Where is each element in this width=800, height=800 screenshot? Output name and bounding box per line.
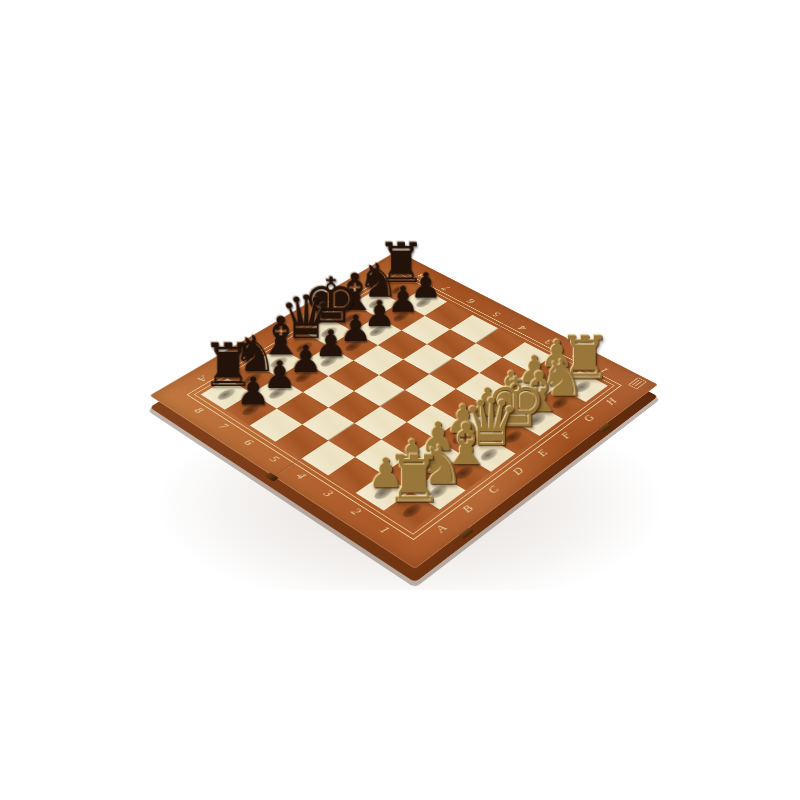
black-pawn-glyph: ♟ xyxy=(222,372,283,411)
white-rook-glyph: ♜ xyxy=(381,446,447,512)
photo-stage: ♜♞♝♛♚♝♞♜♟♟♟♟♟♟♟♟♟♟♟♟♟♟♟♟♜♞♝♛♚♝♞♜ AA88BB7… xyxy=(0,0,800,800)
scene-3d: ♜♞♝♛♚♝♞♜♟♟♟♟♟♟♟♟♟♟♟♟♟♟♟♟♜♞♝♛♚♝♞♜ AA88BB7… xyxy=(225,210,585,570)
chess-board: ♜♞♝♛♚♝♞♜♟♟♟♟♟♟♟♟♟♟♟♟♟♟♟♟♜♞♝♛♚♝♞♜ AA88BB7… xyxy=(149,251,658,569)
